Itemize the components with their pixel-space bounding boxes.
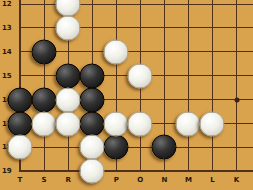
white-stone-R16[interactable] [56,87,81,112]
row-label-12: 12 [2,1,16,8]
white-stone-O15[interactable] [128,63,153,88]
row-label-14: 14 [2,48,16,55]
white-stone-R17[interactable] [56,111,81,136]
white-stone-S17[interactable] [32,111,57,136]
column-label-O: O [133,177,147,184]
grid-line-row-18 [19,147,253,148]
star-point-K16 [234,97,239,102]
black-stone-R15[interactable] [56,63,81,88]
column-label-P: P [109,177,123,184]
column-label-M: M [181,177,195,184]
grid-line-row-12 [19,4,253,5]
white-stone-R13[interactable] [56,15,81,40]
black-stone-N18[interactable] [152,135,177,160]
column-label-N: N [157,177,171,184]
column-label-L: L [205,177,219,184]
black-stone-T16[interactable] [8,87,33,112]
grid-line-row-19 [19,170,253,172]
column-label-K: K [230,177,244,184]
white-stone-Q18[interactable] [80,135,105,160]
white-stone-Q19[interactable] [80,159,105,184]
black-stone-Q17[interactable] [80,111,105,136]
white-stone-L17[interactable] [200,111,225,136]
white-stone-P14[interactable] [104,39,129,64]
black-stone-Q15[interactable] [80,63,105,88]
column-label-S: S [37,177,51,184]
white-stone-M17[interactable] [176,111,201,136]
black-stone-S14[interactable] [32,39,57,64]
black-stone-T17[interactable] [8,111,33,136]
white-stone-T18[interactable] [8,135,33,160]
go-board[interactable]: 1213141516171819TSRQPONMLK [0,0,253,190]
column-label-T: T [13,177,27,184]
row-label-15: 15 [2,72,16,79]
row-label-19: 19 [2,168,16,175]
black-stone-P18[interactable] [104,135,129,160]
column-label-R: R [61,177,75,184]
row-label-13: 13 [2,24,16,31]
black-stone-S16[interactable] [32,87,57,112]
grid-line-row-13 [19,27,253,28]
white-stone-O17[interactable] [128,111,153,136]
white-stone-P17[interactable] [104,111,129,136]
white-stone-R12[interactable] [56,0,81,17]
black-stone-Q16[interactable] [80,87,105,112]
